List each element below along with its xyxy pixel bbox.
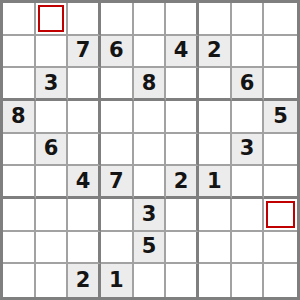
cell-r2c5[interactable] [134,36,167,69]
cell-r8c9[interactable] [264,232,297,265]
cell-r6c3[interactable]: 4 [68,166,101,199]
cell-r7c7[interactable] [199,199,232,232]
cell-r1c7[interactable] [199,3,232,36]
cell-r1c3[interactable] [68,3,101,36]
cell-r5c9[interactable] [264,134,297,167]
cell-r4c4[interactable] [101,101,134,134]
cell-r5c3[interactable] [68,134,101,167]
cell-r2c7[interactable]: 2 [199,36,232,69]
cell-r4c5[interactable] [134,101,167,134]
cell-r4c1[interactable]: 8 [3,101,36,134]
cell-r8c2[interactable] [36,232,69,265]
cell-r5c7[interactable] [199,134,232,167]
cell-r5c5[interactable] [134,134,167,167]
cell-r6c1[interactable] [3,166,36,199]
cell-r3c3[interactable] [68,68,101,101]
cell-r5c2[interactable]: 6 [36,134,69,167]
cell-r6c9[interactable] [264,166,297,199]
cell-r4c8[interactable] [232,101,265,134]
cell-r5c4[interactable] [101,134,134,167]
cell-r8c7[interactable] [199,232,232,265]
cell-r4c3[interactable] [68,101,101,134]
cell-r9c2[interactable] [36,264,69,297]
cell-r7c5[interactable]: 3 [134,199,167,232]
cell-r3c1[interactable] [3,68,36,101]
cell-r9c1[interactable] [3,264,36,297]
cell-r9c7[interactable] [199,264,232,297]
cell-r8c5[interactable]: 5 [134,232,167,265]
cell-r4c7[interactable] [199,101,232,134]
cell-r1c4[interactable] [101,3,134,36]
cell-r2c4[interactable]: 6 [101,36,134,69]
cell-r7c1[interactable] [3,199,36,232]
sudoku-board: 7642386856347213521 [0,0,300,300]
cell-r6c6[interactable]: 2 [166,166,199,199]
cell-r8c6[interactable] [166,232,199,265]
cell-r4c6[interactable] [166,101,199,134]
cell-r6c5[interactable] [134,166,167,199]
cell-r3c7[interactable] [199,68,232,101]
selected-cell-marker [38,5,65,32]
cell-r1c5[interactable] [134,3,167,36]
cell-r7c8[interactable] [232,199,265,232]
cell-r7c2[interactable] [36,199,69,232]
cell-r6c8[interactable] [232,166,265,199]
cell-r4c2[interactable] [36,101,69,134]
cell-r3c8[interactable]: 6 [232,68,265,101]
cell-r5c8[interactable]: 3 [232,134,265,167]
cell-r9c4[interactable]: 1 [101,264,134,297]
cell-r1c1[interactable] [3,3,36,36]
cell-r8c4[interactable] [101,232,134,265]
cell-r6c7[interactable]: 1 [199,166,232,199]
cell-r2c8[interactable] [232,36,265,69]
cell-r1c8[interactable] [232,3,265,36]
cell-r2c1[interactable] [3,36,36,69]
cell-r6c2[interactable] [36,166,69,199]
cell-r1c2[interactable] [36,3,69,36]
cell-r2c2[interactable] [36,36,69,69]
cell-r7c4[interactable] [101,199,134,232]
cell-r9c9[interactable] [264,264,297,297]
cell-r5c1[interactable] [3,134,36,167]
cell-r9c6[interactable] [166,264,199,297]
cell-r8c8[interactable] [232,232,265,265]
cell-r9c8[interactable] [232,264,265,297]
cell-r2c9[interactable] [264,36,297,69]
cell-r4c9[interactable]: 5 [264,101,297,134]
cell-r3c2[interactable]: 3 [36,68,69,101]
cell-r1c6[interactable] [166,3,199,36]
cell-r8c1[interactable] [3,232,36,265]
cell-r2c3[interactable]: 7 [68,36,101,69]
cell-r1c9[interactable] [264,3,297,36]
cell-r3c6[interactable] [166,68,199,101]
cell-r7c9[interactable] [264,199,297,232]
cell-r3c9[interactable] [264,68,297,101]
cell-r5c6[interactable] [166,134,199,167]
cell-r8c3[interactable] [68,232,101,265]
cell-r9c5[interactable] [134,264,167,297]
cell-r7c6[interactable] [166,199,199,232]
cell-r6c4[interactable]: 7 [101,166,134,199]
cell-r3c4[interactable] [101,68,134,101]
cell-r7c3[interactable] [68,199,101,232]
cell-r2c6[interactable]: 4 [166,36,199,69]
selected-cell-marker [266,201,295,228]
cell-r9c3[interactable]: 2 [68,264,101,297]
cell-r3c5[interactable]: 8 [134,68,167,101]
